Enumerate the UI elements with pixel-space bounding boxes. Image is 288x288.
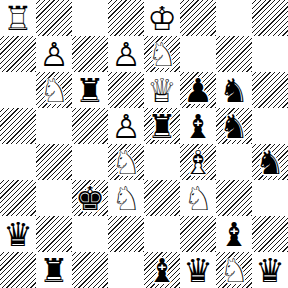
square-a2[interactable]: ♛♛: [0, 216, 36, 252]
square-b4[interactable]: [36, 144, 72, 180]
piece-white-queen[interactable]: ♛♕: [144, 72, 180, 108]
piece-glyph: ♞: [216, 108, 252, 144]
piece-glyph: ♘: [108, 180, 144, 216]
square-g8[interactable]: [216, 0, 252, 36]
square-g3[interactable]: [216, 180, 252, 216]
piece-white-pawn[interactable]: ♟♙: [36, 36, 72, 72]
square-g5[interactable]: ♞♞: [216, 108, 252, 144]
square-g7[interactable]: [216, 36, 252, 72]
square-e2[interactable]: [144, 216, 180, 252]
piece-black-knight[interactable]: ♞♞: [252, 144, 288, 180]
piece-glyph: ♚: [72, 180, 108, 216]
piece-glyph: ♟: [180, 72, 216, 108]
piece-white-pawn[interactable]: ♟♙: [108, 108, 144, 144]
piece-black-queen[interactable]: ♛♛: [252, 252, 288, 288]
piece-black-bishop[interactable]: ♝♝: [180, 108, 216, 144]
piece-black-knight[interactable]: ♞♞: [216, 108, 252, 144]
square-d7[interactable]: ♟♙: [108, 36, 144, 72]
piece-black-queen[interactable]: ♛♛: [0, 216, 36, 252]
piece-glyph: ♖: [0, 0, 36, 36]
piece-glyph: ♝: [180, 108, 216, 144]
square-a1[interactable]: [0, 252, 36, 288]
square-e7[interactable]: ♞♘: [144, 36, 180, 72]
piece-glyph: ♘: [180, 180, 216, 216]
piece-black-bishop[interactable]: ♝♝: [144, 252, 180, 288]
piece-white-king[interactable]: ♚♔: [144, 0, 180, 36]
piece-white-knight[interactable]: ♞♘: [108, 144, 144, 180]
piece-white-knight[interactable]: ♞♘: [108, 180, 144, 216]
square-f5[interactable]: ♝♝: [180, 108, 216, 144]
piece-glyph: ♘: [144, 36, 180, 72]
square-h5[interactable]: [252, 108, 288, 144]
piece-glyph: ♝: [216, 216, 252, 252]
square-f2[interactable]: [180, 216, 216, 252]
square-c8[interactable]: [72, 0, 108, 36]
piece-white-knight[interactable]: ♞♘: [36, 72, 72, 108]
piece-black-bishop[interactable]: ♝♝: [216, 216, 252, 252]
square-a5[interactable]: [0, 108, 36, 144]
square-b5[interactable]: [36, 108, 72, 144]
square-h8[interactable]: [252, 0, 288, 36]
piece-glyph: ♝: [144, 252, 180, 288]
piece-white-rook[interactable]: ♜♖: [0, 0, 36, 36]
piece-glyph: ♙: [36, 36, 72, 72]
square-g1[interactable]: ♞♘: [216, 252, 252, 288]
square-c4[interactable]: [72, 144, 108, 180]
square-e6[interactable]: ♛♕: [144, 72, 180, 108]
piece-glyph: ♗: [180, 144, 216, 180]
square-d8[interactable]: [108, 0, 144, 36]
square-f6[interactable]: ♟♟: [180, 72, 216, 108]
piece-black-queen[interactable]: ♛♛: [180, 252, 216, 288]
square-a6[interactable]: [0, 72, 36, 108]
square-d2[interactable]: [108, 216, 144, 252]
square-b1[interactable]: ♜♜: [36, 252, 72, 288]
square-h4[interactable]: ♞♞: [252, 144, 288, 180]
piece-glyph: ♛: [252, 252, 288, 288]
square-a4[interactable]: [0, 144, 36, 180]
square-f7[interactable]: [180, 36, 216, 72]
piece-white-bishop[interactable]: ♝♗: [180, 144, 216, 180]
piece-glyph: ♘: [108, 144, 144, 180]
piece-white-knight[interactable]: ♞♘: [180, 180, 216, 216]
square-d1[interactable]: [108, 252, 144, 288]
piece-black-pawn[interactable]: ♟♟: [180, 72, 216, 108]
square-c7[interactable]: [72, 36, 108, 72]
square-h2[interactable]: [252, 216, 288, 252]
square-a7[interactable]: [0, 36, 36, 72]
square-h6[interactable]: [252, 72, 288, 108]
piece-white-pawn[interactable]: ♟♙: [108, 36, 144, 72]
piece-glyph: ♘: [36, 72, 72, 108]
square-h7[interactable]: [252, 36, 288, 72]
piece-glyph: ♜: [72, 72, 108, 108]
piece-glyph: ♞: [252, 144, 288, 180]
square-h1[interactable]: ♛♛: [252, 252, 288, 288]
square-e5[interactable]: ♜♜: [144, 108, 180, 144]
square-c1[interactable]: [72, 252, 108, 288]
square-c2[interactable]: [72, 216, 108, 252]
square-e3[interactable]: [144, 180, 180, 216]
square-g2[interactable]: ♝♝: [216, 216, 252, 252]
piece-black-king[interactable]: ♚♚: [72, 180, 108, 216]
square-c5[interactable]: [72, 108, 108, 144]
square-h3[interactable]: [252, 180, 288, 216]
square-e8[interactable]: ♚♔: [144, 0, 180, 36]
square-b2[interactable]: [36, 216, 72, 252]
square-a3[interactable]: [0, 180, 36, 216]
piece-white-knight[interactable]: ♞♘: [216, 252, 252, 288]
square-d5[interactable]: ♟♙: [108, 108, 144, 144]
piece-glyph: ♜: [36, 252, 72, 288]
square-f1[interactable]: ♛♛: [180, 252, 216, 288]
square-b7[interactable]: ♟♙: [36, 36, 72, 72]
piece-glyph: ♘: [216, 252, 252, 288]
chess-board: ♜♖♚♔♟♙♟♙♞♘♞♘♜♜♛♕♟♟♞♞♟♙♜♜♝♝♞♞♞♘♝♗♞♞♚♚♞♘♞♘…: [0, 0, 288, 288]
square-e1[interactable]: ♝♝: [144, 252, 180, 288]
square-f3[interactable]: ♞♘: [180, 180, 216, 216]
piece-glyph: ♙: [108, 108, 144, 144]
piece-black-rook[interactable]: ♜♜: [72, 72, 108, 108]
square-c3[interactable]: ♚♚: [72, 180, 108, 216]
piece-glyph: ♛: [180, 252, 216, 288]
square-e4[interactable]: [144, 144, 180, 180]
square-c6[interactable]: ♜♜: [72, 72, 108, 108]
piece-glyph: ♜: [144, 108, 180, 144]
square-d6[interactable]: [108, 72, 144, 108]
square-d4[interactable]: ♞♘: [108, 144, 144, 180]
square-d3[interactable]: ♞♘: [108, 180, 144, 216]
piece-glyph: ♕: [144, 72, 180, 108]
square-b8[interactable]: [36, 0, 72, 36]
square-g6[interactable]: ♞♞: [216, 72, 252, 108]
piece-black-knight[interactable]: ♞♞: [216, 72, 252, 108]
piece-glyph: ♔: [144, 0, 180, 36]
piece-black-rook[interactable]: ♜♜: [36, 252, 72, 288]
square-b3[interactable]: [36, 180, 72, 216]
square-b6[interactable]: ♞♘: [36, 72, 72, 108]
piece-black-rook[interactable]: ♜♜: [144, 108, 180, 144]
square-g4[interactable]: [216, 144, 252, 180]
piece-glyph: ♙: [108, 36, 144, 72]
square-f4[interactable]: ♝♗: [180, 144, 216, 180]
square-a8[interactable]: ♜♖: [0, 0, 36, 36]
square-f8[interactable]: [180, 0, 216, 36]
piece-white-knight[interactable]: ♞♘: [144, 36, 180, 72]
piece-glyph: ♛: [0, 216, 36, 252]
piece-glyph: ♞: [216, 72, 252, 108]
